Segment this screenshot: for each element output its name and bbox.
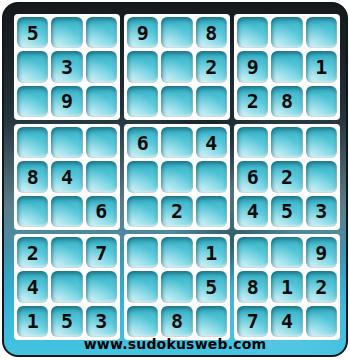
box-r2c1: 846: [14, 124, 120, 230]
cell-r9c3: 3: [86, 306, 117, 337]
cell-r2c9: 1: [306, 51, 337, 82]
cell-r3c9[interactable]: [306, 86, 337, 117]
cell-r3c1[interactable]: [17, 86, 48, 117]
cell-r3c6[interactable]: [196, 86, 227, 117]
box-r2c3: 62453: [234, 124, 340, 230]
cell-r2c8[interactable]: [271, 51, 302, 82]
cell-r1c7[interactable]: [237, 17, 268, 48]
cell-r3c7: 2: [237, 86, 268, 117]
cell-r2c7: 9: [237, 51, 268, 82]
cell-r3c8: 8: [271, 86, 302, 117]
cell-r1c9[interactable]: [306, 17, 337, 48]
cell-r6c8: 5: [271, 196, 302, 227]
puzzle-frame: 539982912884664262453274153158981274 www…: [2, 2, 348, 357]
cell-r2c5[interactable]: [161, 51, 192, 82]
cell-r2c2: 3: [51, 51, 82, 82]
cell-r9c5: 8: [161, 306, 192, 337]
cell-r1c8[interactable]: [271, 17, 302, 48]
cell-r1c5[interactable]: [161, 17, 192, 48]
cell-r8c5[interactable]: [161, 271, 192, 302]
cell-r5c3[interactable]: [86, 161, 117, 192]
cell-r8c3[interactable]: [86, 271, 117, 302]
cell-r7c4[interactable]: [127, 237, 158, 268]
cell-r7c2[interactable]: [51, 237, 82, 268]
cell-r3c3[interactable]: [86, 86, 117, 117]
page: 539982912884664262453274153158981274 www…: [0, 0, 350, 360]
footer-band: www.sudokusweb.com: [10, 335, 340, 352]
cell-r8c7: 8: [237, 271, 268, 302]
cell-r7c1: 2: [17, 237, 48, 268]
cell-r2c6: 2: [196, 51, 227, 82]
cell-r5c1: 8: [17, 161, 48, 192]
cell-r4c4: 6: [127, 127, 158, 158]
cell-r4c6: 4: [196, 127, 227, 158]
cell-r7c9: 9: [306, 237, 337, 268]
cell-r9c9[interactable]: [306, 306, 337, 337]
box-r1c1: 539: [14, 14, 120, 120]
cell-r7c6: 1: [196, 237, 227, 268]
cell-r5c4[interactable]: [127, 161, 158, 192]
cell-r5c2: 4: [51, 161, 82, 192]
cell-r5c6[interactable]: [196, 161, 227, 192]
cell-r3c5[interactable]: [161, 86, 192, 117]
cell-r4c2[interactable]: [51, 127, 82, 158]
cell-r6c4[interactable]: [127, 196, 158, 227]
box-r3c3: 981274: [234, 234, 340, 340]
cell-r3c4[interactable]: [127, 86, 158, 117]
cell-r8c6: 5: [196, 271, 227, 302]
cell-r2c4[interactable]: [127, 51, 158, 82]
cell-r9c8: 4: [271, 306, 302, 337]
cell-r9c1: 1: [17, 306, 48, 337]
cell-r1c2[interactable]: [51, 17, 82, 48]
cell-r9c2: 5: [51, 306, 82, 337]
cell-r7c3: 7: [86, 237, 117, 268]
cell-r1c3[interactable]: [86, 17, 117, 48]
cell-r6c5: 2: [161, 196, 192, 227]
box-r3c1: 274153: [14, 234, 120, 340]
cell-r6c6[interactable]: [196, 196, 227, 227]
cell-r8c2[interactable]: [51, 271, 82, 302]
cell-r1c1: 5: [17, 17, 48, 48]
cell-r3c2: 9: [51, 86, 82, 117]
cell-r8c8: 1: [271, 271, 302, 302]
cell-r5c9[interactable]: [306, 161, 337, 192]
sudoku-board: 539982912884664262453274153158981274: [14, 14, 340, 340]
cell-r7c7[interactable]: [237, 237, 268, 268]
cell-r8c9: 2: [306, 271, 337, 302]
cell-r4c3[interactable]: [86, 127, 117, 158]
site-link[interactable]: www.sudokusweb.com: [84, 336, 267, 352]
cell-r6c7: 4: [237, 196, 268, 227]
cell-r4c1[interactable]: [17, 127, 48, 158]
cell-r8c4[interactable]: [127, 271, 158, 302]
box-r1c3: 9128: [234, 14, 340, 120]
box-r2c2: 642: [124, 124, 230, 230]
cell-r5c8: 2: [271, 161, 302, 192]
cell-r9c7: 7: [237, 306, 268, 337]
box-r1c2: 982: [124, 14, 230, 120]
cell-r5c5[interactable]: [161, 161, 192, 192]
cell-r6c9: 3: [306, 196, 337, 227]
cell-r6c2[interactable]: [51, 196, 82, 227]
cell-r4c9[interactable]: [306, 127, 337, 158]
cell-r4c5[interactable]: [161, 127, 192, 158]
cell-r9c4[interactable]: [127, 306, 158, 337]
cell-r7c5[interactable]: [161, 237, 192, 268]
cell-r5c7: 6: [237, 161, 268, 192]
cell-r7c8[interactable]: [271, 237, 302, 268]
cell-r6c1[interactable]: [17, 196, 48, 227]
cell-r8c1: 4: [17, 271, 48, 302]
cell-r1c6: 8: [196, 17, 227, 48]
cell-r2c1[interactable]: [17, 51, 48, 82]
cell-r1c4: 9: [127, 17, 158, 48]
cell-r9c6[interactable]: [196, 306, 227, 337]
cell-r4c7[interactable]: [237, 127, 268, 158]
cell-r2c3[interactable]: [86, 51, 117, 82]
cell-r4c8[interactable]: [271, 127, 302, 158]
box-r3c2: 158: [124, 234, 230, 340]
cell-r6c3: 6: [86, 196, 117, 227]
